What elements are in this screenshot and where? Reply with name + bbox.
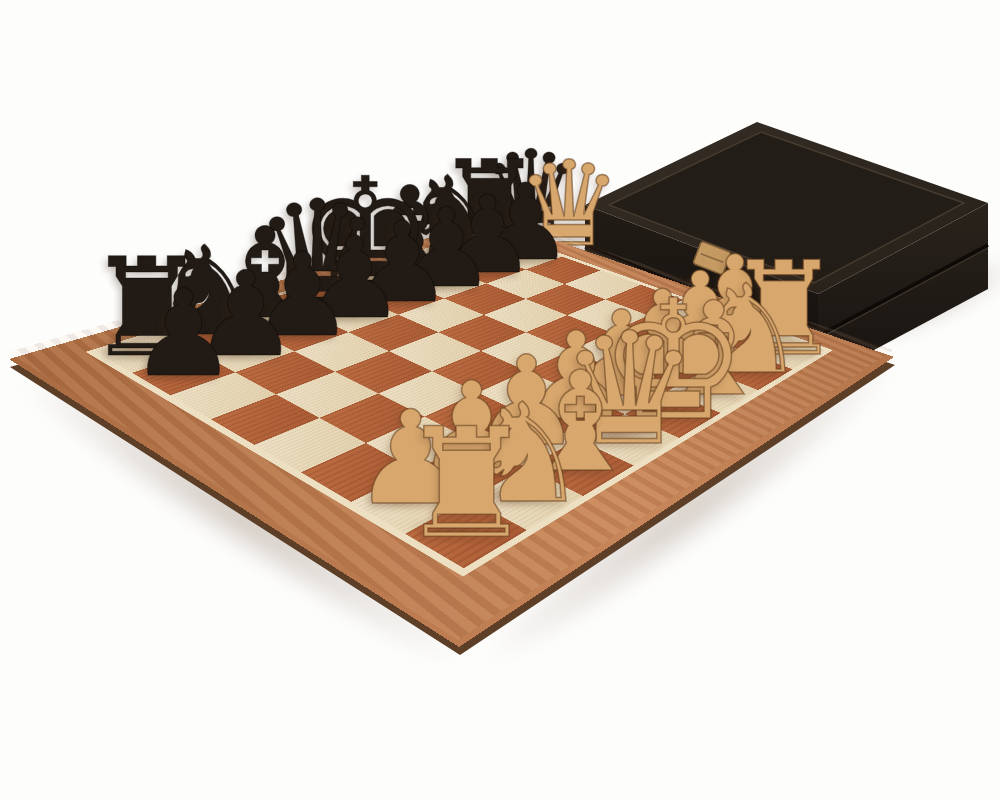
scene: ♛ ♛ ♜♞♝♛♚♝♞♜♟♟♟♟♟♟♟♟♟♟♟♟♟♟♟♟♜♞♝♛♚♝♞♜ [0, 0, 1000, 800]
box-lid-recessed-panel [609, 132, 964, 283]
board-frame [8, 212, 893, 640]
board-field [96, 231, 825, 569]
box-clasp [693, 241, 731, 275]
